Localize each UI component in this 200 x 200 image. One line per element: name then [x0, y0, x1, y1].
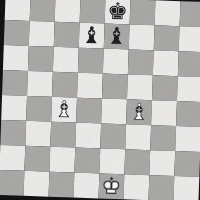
square-f3[interactable] [125, 124, 151, 150]
square-h5[interactable] [177, 76, 200, 102]
square-f6[interactable] [128, 49, 154, 75]
square-b6[interactable] [28, 46, 54, 72]
square-g7[interactable] [154, 25, 180, 51]
chessboard-photo: ♚♝♝♝♗♝♗♚♔ [0, 0, 200, 200]
square-e1[interactable]: ♚♔ [99, 173, 125, 199]
piece-black-bishop-e7[interactable]: ♝ [104, 24, 130, 50]
square-c1[interactable] [49, 172, 75, 198]
square-h1[interactable] [173, 176, 199, 200]
black-king-glyph: ♚ [105, 0, 131, 24]
square-h2[interactable] [174, 151, 200, 177]
square-g4[interactable] [151, 100, 177, 126]
square-d4[interactable] [76, 98, 102, 124]
square-d7[interactable]: ♝ [79, 23, 105, 49]
square-f8[interactable] [130, 0, 156, 25]
square-c4[interactable]: ♝♗ [51, 97, 77, 123]
square-c2[interactable] [49, 147, 75, 173]
square-b8[interactable] [30, 0, 56, 22]
square-g6[interactable] [153, 50, 179, 76]
square-e5[interactable] [102, 74, 128, 100]
square-h8[interactable] [180, 1, 200, 27]
piece-black-king-e8[interactable]: ♚ [105, 0, 131, 24]
square-e7[interactable]: ♝ [104, 24, 130, 50]
chess-board: ♚♝♝♝♗♝♗♚♔ [0, 0, 200, 200]
square-a4[interactable] [1, 95, 27, 121]
square-d1[interactable] [74, 173, 100, 199]
square-h4[interactable] [176, 101, 200, 127]
piece-black-bishop-d7[interactable]: ♝ [79, 23, 105, 49]
square-d5[interactable] [77, 73, 103, 99]
square-d2[interactable] [74, 148, 100, 174]
square-f1[interactable] [123, 174, 149, 200]
square-b7[interactable] [29, 21, 55, 47]
square-g1[interactable] [148, 175, 174, 200]
square-a2[interactable] [0, 145, 25, 171]
square-c5[interactable] [52, 72, 78, 98]
square-d6[interactable] [78, 48, 104, 74]
square-b2[interactable] [24, 146, 50, 172]
square-b5[interactable] [27, 71, 53, 97]
white-king-outline-glyph: ♔ [99, 173, 125, 199]
square-g3[interactable] [150, 125, 176, 151]
square-a8[interactable] [5, 0, 31, 21]
black-bishop-glyph: ♝ [104, 24, 130, 50]
square-f2[interactable] [124, 149, 150, 175]
square-h3[interactable] [175, 126, 200, 152]
square-b1[interactable] [24, 171, 50, 197]
square-f7[interactable] [129, 24, 155, 50]
black-bishop-glyph: ♝ [79, 23, 105, 49]
square-g2[interactable] [149, 150, 175, 176]
square-e4[interactable] [101, 99, 127, 125]
square-a1[interactable] [0, 170, 24, 196]
square-c3[interactable] [50, 122, 76, 148]
square-c7[interactable] [54, 22, 80, 48]
piece-white-bishop-f4[interactable]: ♝♗ [126, 99, 152, 125]
square-b4[interactable] [26, 96, 52, 122]
square-h7[interactable] [179, 26, 200, 52]
square-g5[interactable] [152, 75, 178, 101]
square-f4[interactable]: ♝♗ [126, 99, 152, 125]
square-e3[interactable] [100, 123, 126, 149]
square-d3[interactable] [75, 123, 101, 149]
square-h6[interactable] [178, 51, 200, 77]
square-a5[interactable] [2, 70, 28, 96]
square-g8[interactable] [155, 0, 181, 26]
square-a7[interactable] [4, 20, 30, 46]
piece-white-bishop-c4[interactable]: ♝♗ [51, 97, 77, 123]
white-bishop-outline-glyph: ♗ [51, 97, 77, 123]
square-c6[interactable] [53, 47, 79, 73]
square-d8[interactable] [80, 0, 106, 24]
square-e2[interactable] [99, 148, 125, 174]
square-e6[interactable] [103, 49, 129, 75]
square-e8[interactable]: ♚ [105, 0, 131, 24]
white-bishop-outline-glyph: ♗ [126, 99, 152, 125]
square-f5[interactable] [127, 74, 153, 100]
square-a3[interactable] [0, 120, 26, 146]
piece-white-king-e1[interactable]: ♚♔ [99, 173, 125, 199]
square-a6[interactable] [3, 45, 29, 71]
square-b3[interactable] [25, 121, 51, 147]
square-c8[interactable] [55, 0, 81, 23]
